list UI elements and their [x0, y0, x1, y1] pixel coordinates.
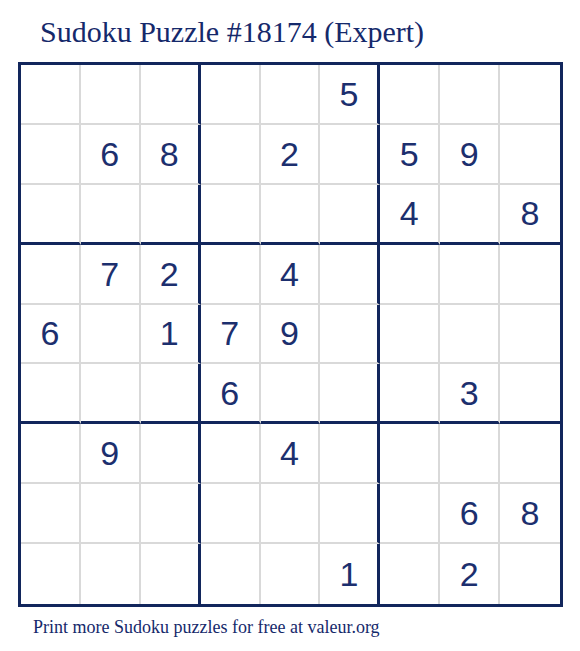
cell-r4c8[interactable]	[440, 245, 500, 305]
cell-r5c4: 7	[201, 305, 261, 365]
cell-r3c6[interactable]	[320, 185, 380, 245]
cell-r1c4[interactable]	[201, 65, 261, 125]
cell-r7c2: 9	[81, 424, 141, 484]
cell-r3c8[interactable]	[440, 185, 500, 245]
cell-r6c5[interactable]	[261, 364, 321, 424]
cell-r7c5: 4	[261, 424, 321, 484]
cell-r8c5[interactable]	[261, 484, 321, 544]
cell-r1c3[interactable]	[141, 65, 201, 125]
cell-r8c1[interactable]	[21, 484, 81, 544]
cell-r3c1[interactable]	[21, 185, 81, 245]
cell-r6c4: 6	[201, 364, 261, 424]
cell-r7c9[interactable]	[500, 424, 560, 484]
cell-r2c8: 9	[440, 125, 500, 185]
cell-r8c4[interactable]	[201, 484, 261, 544]
cell-r2c5: 2	[261, 125, 321, 185]
cell-r7c7[interactable]	[380, 424, 440, 484]
cell-r9c4[interactable]	[201, 544, 261, 604]
cell-r5c7[interactable]	[380, 305, 440, 365]
cell-r6c7[interactable]	[380, 364, 440, 424]
cell-r5c9[interactable]	[500, 305, 560, 365]
cell-r7c1[interactable]	[21, 424, 81, 484]
cell-r3c4[interactable]	[201, 185, 261, 245]
cell-r1c6: 5	[320, 65, 380, 125]
cell-r9c8: 2	[440, 544, 500, 604]
cell-r7c3[interactable]	[141, 424, 201, 484]
cell-r9c7[interactable]	[380, 544, 440, 604]
cell-r4c9[interactable]	[500, 245, 560, 305]
cell-r9c1[interactable]	[21, 544, 81, 604]
cell-r8c7[interactable]	[380, 484, 440, 544]
cell-r3c9: 8	[500, 185, 560, 245]
cell-r8c9: 8	[500, 484, 560, 544]
cell-r2c4[interactable]	[201, 125, 261, 185]
cell-r3c5[interactable]	[261, 185, 321, 245]
cell-r1c5[interactable]	[261, 65, 321, 125]
cell-r1c9[interactable]	[500, 65, 560, 125]
cell-r9c6: 1	[320, 544, 380, 604]
cell-r5c8[interactable]	[440, 305, 500, 365]
cell-r8c3[interactable]	[141, 484, 201, 544]
cell-r5c6[interactable]	[320, 305, 380, 365]
cell-r2c2: 6	[81, 125, 141, 185]
cell-r7c8[interactable]	[440, 424, 500, 484]
page-title: Sudoku Puzzle #18174 (Expert)	[40, 15, 424, 49]
cell-r5c5: 9	[261, 305, 321, 365]
sudoku-grid: 56825948724617963946812	[18, 62, 563, 607]
cell-r6c1[interactable]	[21, 364, 81, 424]
cell-r1c7[interactable]	[380, 65, 440, 125]
cell-r5c1: 6	[21, 305, 81, 365]
cell-r2c7: 5	[380, 125, 440, 185]
cell-r3c2[interactable]	[81, 185, 141, 245]
cell-r9c9	[500, 544, 560, 604]
cell-r8c6[interactable]	[320, 484, 380, 544]
cell-r4c6[interactable]	[320, 245, 380, 305]
cell-r9c2[interactable]	[81, 544, 141, 604]
cell-r6c9[interactable]	[500, 364, 560, 424]
cell-r1c8[interactable]	[440, 65, 500, 125]
cell-r4c2: 7	[81, 245, 141, 305]
cell-r4c7[interactable]	[380, 245, 440, 305]
cell-r8c2[interactable]	[81, 484, 141, 544]
cell-r7c6[interactable]	[320, 424, 380, 484]
cell-r6c3[interactable]	[141, 364, 201, 424]
cell-r9c5[interactable]	[261, 544, 321, 604]
cell-r5c2[interactable]	[81, 305, 141, 365]
cell-r6c2[interactable]	[81, 364, 141, 424]
cell-r4c1[interactable]	[21, 245, 81, 305]
cell-r3c7: 4	[380, 185, 440, 245]
footer-text: Print more Sudoku puzzles for free at va…	[33, 617, 380, 638]
cell-r6c6[interactable]	[320, 364, 380, 424]
cell-r3c3[interactable]	[141, 185, 201, 245]
cell-r2c3: 8	[141, 125, 201, 185]
cell-r2c1[interactable]	[21, 125, 81, 185]
cell-r4c5: 4	[261, 245, 321, 305]
cell-r7c4[interactable]	[201, 424, 261, 484]
cell-r1c2[interactable]	[81, 65, 141, 125]
cell-r8c8: 6	[440, 484, 500, 544]
cell-r2c9[interactable]	[500, 125, 560, 185]
cell-r4c4[interactable]	[201, 245, 261, 305]
cell-r2c6[interactable]	[320, 125, 380, 185]
cell-r6c8: 3	[440, 364, 500, 424]
cell-r9c3[interactable]	[141, 544, 201, 604]
cell-r5c3: 1	[141, 305, 201, 365]
cell-r4c3: 2	[141, 245, 201, 305]
cell-r1c1[interactable]	[21, 65, 81, 125]
